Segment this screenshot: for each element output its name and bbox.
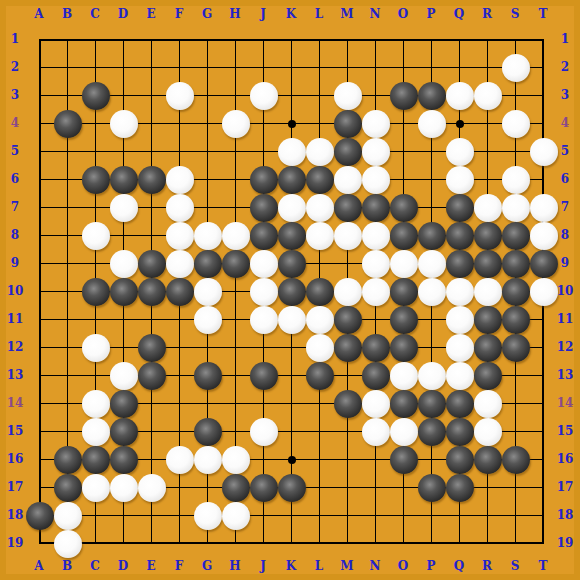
col-label-H-top: H	[229, 7, 240, 21]
stone-C8-white	[82, 222, 110, 250]
stone-H4-white	[222, 110, 250, 138]
stone-R15-white	[474, 418, 502, 446]
stone-Q6-white	[446, 166, 474, 194]
stone-D17-white	[110, 474, 138, 502]
col-label-G-top: G	[202, 7, 212, 21]
stone-J8-black	[250, 222, 278, 250]
row-label-19-right: 19	[557, 536, 574, 550]
row-label-11-right: 11	[557, 312, 574, 326]
row-label-2-left: 2	[11, 60, 19, 74]
stone-P10-white	[418, 278, 446, 306]
stone-T8-white	[530, 222, 558, 250]
stone-Q10-white	[446, 278, 474, 306]
stone-D13-white	[110, 362, 138, 390]
stone-C17-white	[82, 474, 110, 502]
stone-R12-black	[474, 334, 502, 362]
col-label-O-top: O	[398, 7, 408, 21]
stone-N7-black	[362, 194, 390, 222]
row-label-8-left: 8	[11, 228, 19, 242]
row-label-17-right: 17	[557, 480, 574, 494]
row-label-4-right: 4	[561, 116, 569, 130]
stone-M4-black	[334, 110, 362, 138]
stone-N12-black	[362, 334, 390, 362]
stone-R14-white	[474, 390, 502, 418]
stone-Q16-black	[446, 446, 474, 474]
col-label-Q-bottom: Q	[454, 559, 464, 573]
stone-M5-black	[334, 138, 362, 166]
row-label-4-left: 4	[11, 116, 19, 130]
stone-D16-black	[110, 446, 138, 474]
col-label-G-bottom: G	[202, 559, 212, 573]
stone-S11-black	[502, 306, 530, 334]
stone-T5-white	[530, 138, 558, 166]
stone-B18-white	[54, 502, 82, 530]
stone-A18-black	[26, 502, 54, 530]
stone-P13-white	[418, 362, 446, 390]
stone-C12-white	[82, 334, 110, 362]
stone-S7-white	[502, 194, 530, 222]
stone-O8-black	[390, 222, 418, 250]
row-label-5-left: 5	[11, 144, 19, 158]
col-label-A-bottom: A	[34, 559, 43, 573]
stone-E12-black	[138, 334, 166, 362]
stone-J10-white	[250, 278, 278, 306]
stone-J17-black	[250, 474, 278, 502]
stone-C3-black	[82, 82, 110, 110]
col-label-M-top: M	[340, 7, 353, 21]
stone-G16-white	[194, 446, 222, 474]
row-label-19-left: 19	[7, 536, 24, 550]
stone-G18-white	[194, 502, 222, 530]
stone-F10-black	[166, 278, 194, 306]
stone-C6-black	[82, 166, 110, 194]
row-label-17-left: 17	[7, 480, 24, 494]
stone-S2-white	[502, 54, 530, 82]
stone-L8-white	[306, 222, 334, 250]
row-label-12-right: 12	[557, 340, 574, 354]
stone-O12-black	[390, 334, 418, 362]
row-label-3-right: 3	[561, 88, 569, 102]
stone-M6-white	[334, 166, 362, 194]
stone-R9-black	[474, 250, 502, 278]
stone-K17-black	[278, 474, 306, 502]
star-point-Q4	[456, 120, 464, 128]
stone-K6-black	[278, 166, 306, 194]
stone-B19-white	[54, 530, 82, 558]
stone-O16-black	[390, 446, 418, 474]
stone-M11-black	[334, 306, 362, 334]
col-label-E-top: E	[146, 7, 155, 21]
stone-G9-black	[194, 250, 222, 278]
stone-N5-white	[362, 138, 390, 166]
col-label-C-top: C	[90, 7, 100, 21]
stone-C15-white	[82, 418, 110, 446]
stone-R10-white	[474, 278, 502, 306]
stone-E10-black	[138, 278, 166, 306]
stone-J7-black	[250, 194, 278, 222]
stone-J15-white	[250, 418, 278, 446]
stone-D7-white	[110, 194, 138, 222]
row-label-5-right: 5	[561, 144, 569, 158]
col-label-S-top: S	[511, 7, 520, 21]
stone-G15-black	[194, 418, 222, 446]
stone-B16-black	[54, 446, 82, 474]
stone-S12-black	[502, 334, 530, 362]
stone-G13-black	[194, 362, 222, 390]
row-label-1-left: 1	[11, 32, 19, 46]
col-label-B-top: B	[62, 7, 72, 21]
stone-D6-black	[110, 166, 138, 194]
col-label-R-bottom: R	[482, 559, 492, 573]
col-label-J-bottom: J	[260, 559, 266, 573]
stone-L13-black	[306, 362, 334, 390]
stone-D10-black	[110, 278, 138, 306]
row-label-14-left: 14	[7, 396, 24, 410]
stone-D14-black	[110, 390, 138, 418]
stone-Q15-black	[446, 418, 474, 446]
stone-G11-white	[194, 306, 222, 334]
stone-P9-white	[418, 250, 446, 278]
stone-M8-white	[334, 222, 362, 250]
col-label-D-top: D	[118, 7, 128, 21]
stone-R11-black	[474, 306, 502, 334]
stone-S9-black	[502, 250, 530, 278]
col-label-L-top: L	[315, 7, 323, 21]
row-label-18-left: 18	[7, 508, 24, 522]
row-label-11-left: 11	[7, 312, 24, 326]
stone-L5-white	[306, 138, 334, 166]
col-label-T-top: T	[539, 7, 548, 21]
stone-M14-black	[334, 390, 362, 418]
stone-K7-white	[278, 194, 306, 222]
stone-D4-white	[110, 110, 138, 138]
stone-N6-white	[362, 166, 390, 194]
stone-O10-black	[390, 278, 418, 306]
row-label-13-left: 13	[7, 368, 24, 382]
stone-S10-black	[502, 278, 530, 306]
star-point-K4	[288, 120, 296, 128]
stone-Q7-black	[446, 194, 474, 222]
stone-Q5-white	[446, 138, 474, 166]
stone-J11-white	[250, 306, 278, 334]
stone-J13-black	[250, 362, 278, 390]
col-label-P-top: P	[426, 7, 435, 21]
stone-L11-white	[306, 306, 334, 334]
stone-M7-black	[334, 194, 362, 222]
stone-F3-white	[166, 82, 194, 110]
col-label-B-bottom: B	[62, 559, 72, 573]
col-label-D-bottom: D	[118, 559, 128, 573]
stone-P8-black	[418, 222, 446, 250]
stone-P17-black	[418, 474, 446, 502]
stone-H8-white	[222, 222, 250, 250]
stone-H16-white	[222, 446, 250, 474]
stone-N13-black	[362, 362, 390, 390]
stone-R7-white	[474, 194, 502, 222]
col-label-T-bottom: T	[539, 559, 548, 573]
stone-Q3-white	[446, 82, 474, 110]
stone-N9-white	[362, 250, 390, 278]
stone-F7-white	[166, 194, 194, 222]
stone-E6-black	[138, 166, 166, 194]
col-label-E-bottom: E	[146, 559, 155, 573]
stone-S6-white	[502, 166, 530, 194]
stone-F16-white	[166, 446, 194, 474]
stone-F8-white	[166, 222, 194, 250]
row-label-18-right: 18	[557, 508, 574, 522]
stone-L10-black	[306, 278, 334, 306]
stone-C14-white	[82, 390, 110, 418]
stone-N4-white	[362, 110, 390, 138]
col-label-R-top: R	[482, 7, 492, 21]
col-label-A-top: A	[34, 7, 43, 21]
stone-D9-white	[110, 250, 138, 278]
stone-L7-white	[306, 194, 334, 222]
stone-Q13-white	[446, 362, 474, 390]
row-label-12-left: 12	[7, 340, 24, 354]
row-label-16-left: 16	[7, 452, 24, 466]
stone-O11-black	[390, 306, 418, 334]
stone-P4-white	[418, 110, 446, 138]
row-label-7-left: 7	[11, 200, 19, 214]
col-label-F-bottom: F	[175, 559, 184, 573]
row-label-9-right: 9	[561, 256, 569, 270]
row-label-10-right: 10	[557, 284, 574, 298]
stone-E13-black	[138, 362, 166, 390]
stone-E9-black	[138, 250, 166, 278]
stone-N10-white	[362, 278, 390, 306]
stone-R13-black	[474, 362, 502, 390]
stone-G8-white	[194, 222, 222, 250]
row-label-16-right: 16	[557, 452, 574, 466]
grid-line-horizontal	[39, 515, 544, 516]
stone-B17-black	[54, 474, 82, 502]
col-label-M-bottom: M	[340, 559, 353, 573]
go-board[interactable]: AABBCCDDEEFFGGHHJJKKLLMMNNOOPPQQRRSSTT11…	[0, 0, 580, 580]
stone-P15-black	[418, 418, 446, 446]
stone-P14-black	[418, 390, 446, 418]
stone-N14-white	[362, 390, 390, 418]
stone-B4-black	[54, 110, 82, 138]
row-label-1-right: 1	[561, 32, 569, 46]
stone-Q9-black	[446, 250, 474, 278]
stone-H9-black	[222, 250, 250, 278]
row-label-6-left: 6	[11, 172, 19, 186]
row-label-10-left: 10	[7, 284, 24, 298]
col-label-N-top: N	[370, 7, 381, 21]
stone-T10-white	[530, 278, 558, 306]
stone-R16-black	[474, 446, 502, 474]
row-label-7-right: 7	[561, 200, 569, 214]
stone-K5-white	[278, 138, 306, 166]
stone-O13-white	[390, 362, 418, 390]
stone-K8-black	[278, 222, 306, 250]
stone-O9-white	[390, 250, 418, 278]
stone-F9-white	[166, 250, 194, 278]
stone-C16-black	[82, 446, 110, 474]
stone-L12-white	[306, 334, 334, 362]
row-label-14-right: 14	[557, 396, 574, 410]
stone-G10-white	[194, 278, 222, 306]
col-label-J-top: J	[260, 7, 266, 21]
row-label-6-right: 6	[561, 172, 569, 186]
stone-N15-white	[362, 418, 390, 446]
stone-Q17-black	[446, 474, 474, 502]
col-label-H-bottom: H	[229, 559, 240, 573]
stone-N8-white	[362, 222, 390, 250]
stone-Q11-white	[446, 306, 474, 334]
stone-R8-black	[474, 222, 502, 250]
row-label-9-left: 9	[11, 256, 19, 270]
stone-H17-black	[222, 474, 250, 502]
row-label-15-left: 15	[7, 424, 24, 438]
col-label-O-bottom: O	[398, 559, 408, 573]
stone-O7-black	[390, 194, 418, 222]
col-label-Q-top: Q	[454, 7, 464, 21]
stone-O15-white	[390, 418, 418, 446]
col-label-S-bottom: S	[511, 559, 520, 573]
row-label-8-right: 8	[561, 228, 569, 242]
stone-S8-black	[502, 222, 530, 250]
col-label-K-bottom: K	[286, 559, 296, 573]
stone-K9-black	[278, 250, 306, 278]
col-label-L-bottom: L	[315, 559, 323, 573]
row-label-15-right: 15	[557, 424, 574, 438]
stone-M10-white	[334, 278, 362, 306]
stone-D15-black	[110, 418, 138, 446]
stone-J3-white	[250, 82, 278, 110]
stone-F6-white	[166, 166, 194, 194]
stone-T7-white	[530, 194, 558, 222]
col-label-F-top: F	[175, 7, 184, 21]
stone-M12-black	[334, 334, 362, 362]
stone-S16-black	[502, 446, 530, 474]
stone-C10-black	[82, 278, 110, 306]
stone-O3-black	[390, 82, 418, 110]
stone-T9-black	[530, 250, 558, 278]
stone-M3-white	[334, 82, 362, 110]
row-label-2-right: 2	[561, 60, 569, 74]
stone-K10-black	[278, 278, 306, 306]
stone-R3-white	[474, 82, 502, 110]
stone-P3-black	[418, 82, 446, 110]
col-label-N-bottom: N	[370, 559, 381, 573]
grid-line-horizontal	[39, 542, 544, 544]
stone-O14-black	[390, 390, 418, 418]
row-label-3-left: 3	[11, 88, 19, 102]
col-label-C-bottom: C	[90, 559, 100, 573]
star-point-K16	[288, 456, 296, 464]
stone-Q8-black	[446, 222, 474, 250]
stone-E17-white	[138, 474, 166, 502]
stone-Q12-white	[446, 334, 474, 362]
stone-K11-white	[278, 306, 306, 334]
col-label-P-bottom: P	[426, 559, 435, 573]
stone-J9-white	[250, 250, 278, 278]
stone-L6-black	[306, 166, 334, 194]
stone-Q14-black	[446, 390, 474, 418]
col-label-K-top: K	[286, 7, 296, 21]
stone-J6-black	[250, 166, 278, 194]
stone-H18-white	[222, 502, 250, 530]
row-label-13-right: 13	[557, 368, 574, 382]
stone-S4-white	[502, 110, 530, 138]
